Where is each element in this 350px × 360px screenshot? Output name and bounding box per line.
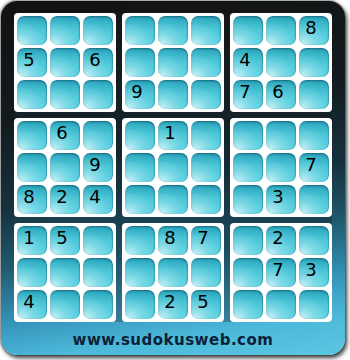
cell-r4c1[interactable] — [17, 121, 47, 150]
box-4: 69824 — [14, 118, 116, 217]
cell-r7c4[interactable] — [125, 226, 155, 255]
cell-r1c8[interactable] — [266, 16, 296, 45]
cell-r9c2[interactable] — [50, 290, 80, 319]
cell-r2c3[interactable]: 6 — [83, 48, 113, 77]
cell-r2c7[interactable]: 4 — [233, 48, 263, 77]
cell-r9c1[interactable]: 4 — [17, 290, 47, 319]
cell-r6c7[interactable] — [233, 185, 263, 214]
cell-r9c5[interactable]: 2 — [158, 290, 188, 319]
cell-r7c1[interactable]: 1 — [17, 226, 47, 255]
cell-r4c8[interactable] — [266, 121, 296, 150]
cell-r6c4[interactable] — [125, 185, 155, 214]
cell-r4c9[interactable] — [299, 121, 329, 150]
cell-r7c2[interactable]: 5 — [50, 226, 80, 255]
cell-r2c8[interactable] — [266, 48, 296, 77]
cell-r8c6[interactable] — [191, 258, 221, 287]
box-8: 8725 — [122, 223, 224, 322]
cell-r7c3[interactable] — [83, 226, 113, 255]
cell-r7c7[interactable] — [233, 226, 263, 255]
cell-r1c5[interactable] — [158, 16, 188, 45]
cell-r9c9[interactable] — [299, 290, 329, 319]
cell-r1c7[interactable] — [233, 16, 263, 45]
sudoku-board: 5698476698241731548725273 www.sudokusweb… — [1, 1, 345, 355]
footer: www.sudokusweb.com — [1, 322, 345, 355]
cell-r9c7[interactable] — [233, 290, 263, 319]
cell-r4c3[interactable] — [83, 121, 113, 150]
cell-r9c4[interactable] — [125, 290, 155, 319]
cell-r2c4[interactable] — [125, 48, 155, 77]
page: 5698476698241731548725273 www.sudokusweb… — [0, 0, 350, 360]
cell-r1c9[interactable]: 8 — [299, 16, 329, 45]
cell-r3c6[interactable] — [191, 80, 221, 109]
cell-r2c1[interactable]: 5 — [17, 48, 47, 77]
cell-r7c6[interactable]: 7 — [191, 226, 221, 255]
cell-r6c1[interactable]: 8 — [17, 185, 47, 214]
cell-r5c1[interactable] — [17, 153, 47, 182]
sudoku-grid: 5698476698241731548725273 — [14, 13, 332, 322]
cell-r5c7[interactable] — [233, 153, 263, 182]
cell-r6c6[interactable] — [191, 185, 221, 214]
box-1: 56 — [14, 13, 116, 112]
cell-r7c5[interactable]: 8 — [158, 226, 188, 255]
cell-r5c2[interactable] — [50, 153, 80, 182]
cell-r5c5[interactable] — [158, 153, 188, 182]
cell-r8c7[interactable] — [233, 258, 263, 287]
cell-r5c8[interactable] — [266, 153, 296, 182]
box-6: 73 — [230, 118, 332, 217]
cell-r6c5[interactable] — [158, 185, 188, 214]
cell-r4c7[interactable] — [233, 121, 263, 150]
cell-r8c2[interactable] — [50, 258, 80, 287]
cell-r7c8[interactable]: 2 — [266, 226, 296, 255]
cell-r3c9[interactable] — [299, 80, 329, 109]
cell-r4c4[interactable] — [125, 121, 155, 150]
cell-r2c9[interactable] — [299, 48, 329, 77]
cell-r6c8[interactable]: 3 — [266, 185, 296, 214]
cell-r6c9[interactable] — [299, 185, 329, 214]
cell-r5c3[interactable]: 9 — [83, 153, 113, 182]
cell-r6c3[interactable]: 4 — [83, 185, 113, 214]
cell-r2c5[interactable] — [158, 48, 188, 77]
cell-r8c4[interactable] — [125, 258, 155, 287]
cell-r3c8[interactable]: 6 — [266, 80, 296, 109]
cell-r3c4[interactable]: 9 — [125, 80, 155, 109]
cell-r9c3[interactable] — [83, 290, 113, 319]
cell-r1c4[interactable] — [125, 16, 155, 45]
cell-r8c5[interactable] — [158, 258, 188, 287]
box-9: 273 — [230, 223, 332, 322]
cell-r4c5[interactable]: 1 — [158, 121, 188, 150]
box-2: 9 — [122, 13, 224, 112]
cell-r2c6[interactable] — [191, 48, 221, 77]
cell-r6c2[interactable]: 2 — [50, 185, 80, 214]
cell-r8c3[interactable] — [83, 258, 113, 287]
cell-r8c8[interactable]: 7 — [266, 258, 296, 287]
box-7: 154 — [14, 223, 116, 322]
cell-r8c9[interactable]: 3 — [299, 258, 329, 287]
cell-r3c3[interactable] — [83, 80, 113, 109]
cell-r5c9[interactable]: 7 — [299, 153, 329, 182]
cell-r4c2[interactable]: 6 — [50, 121, 80, 150]
cell-r5c4[interactable] — [125, 153, 155, 182]
cell-r9c6[interactable]: 5 — [191, 290, 221, 319]
cell-r3c5[interactable] — [158, 80, 188, 109]
cell-r1c2[interactable] — [50, 16, 80, 45]
cell-r9c8[interactable] — [266, 290, 296, 319]
cell-r8c1[interactable] — [17, 258, 47, 287]
website-link[interactable]: www.sudokusweb.com — [73, 331, 274, 349]
box-3: 8476 — [230, 13, 332, 112]
cell-r1c6[interactable] — [191, 16, 221, 45]
cell-r7c9[interactable] — [299, 226, 329, 255]
cell-r2c2[interactable] — [50, 48, 80, 77]
box-5: 1 — [122, 118, 224, 217]
cell-r3c7[interactable]: 7 — [233, 80, 263, 109]
cell-r1c3[interactable] — [83, 16, 113, 45]
cell-r1c1[interactable] — [17, 16, 47, 45]
cell-r4c6[interactable] — [191, 121, 221, 150]
cell-r5c6[interactable] — [191, 153, 221, 182]
cell-r3c1[interactable] — [17, 80, 47, 109]
cell-r3c2[interactable] — [50, 80, 80, 109]
